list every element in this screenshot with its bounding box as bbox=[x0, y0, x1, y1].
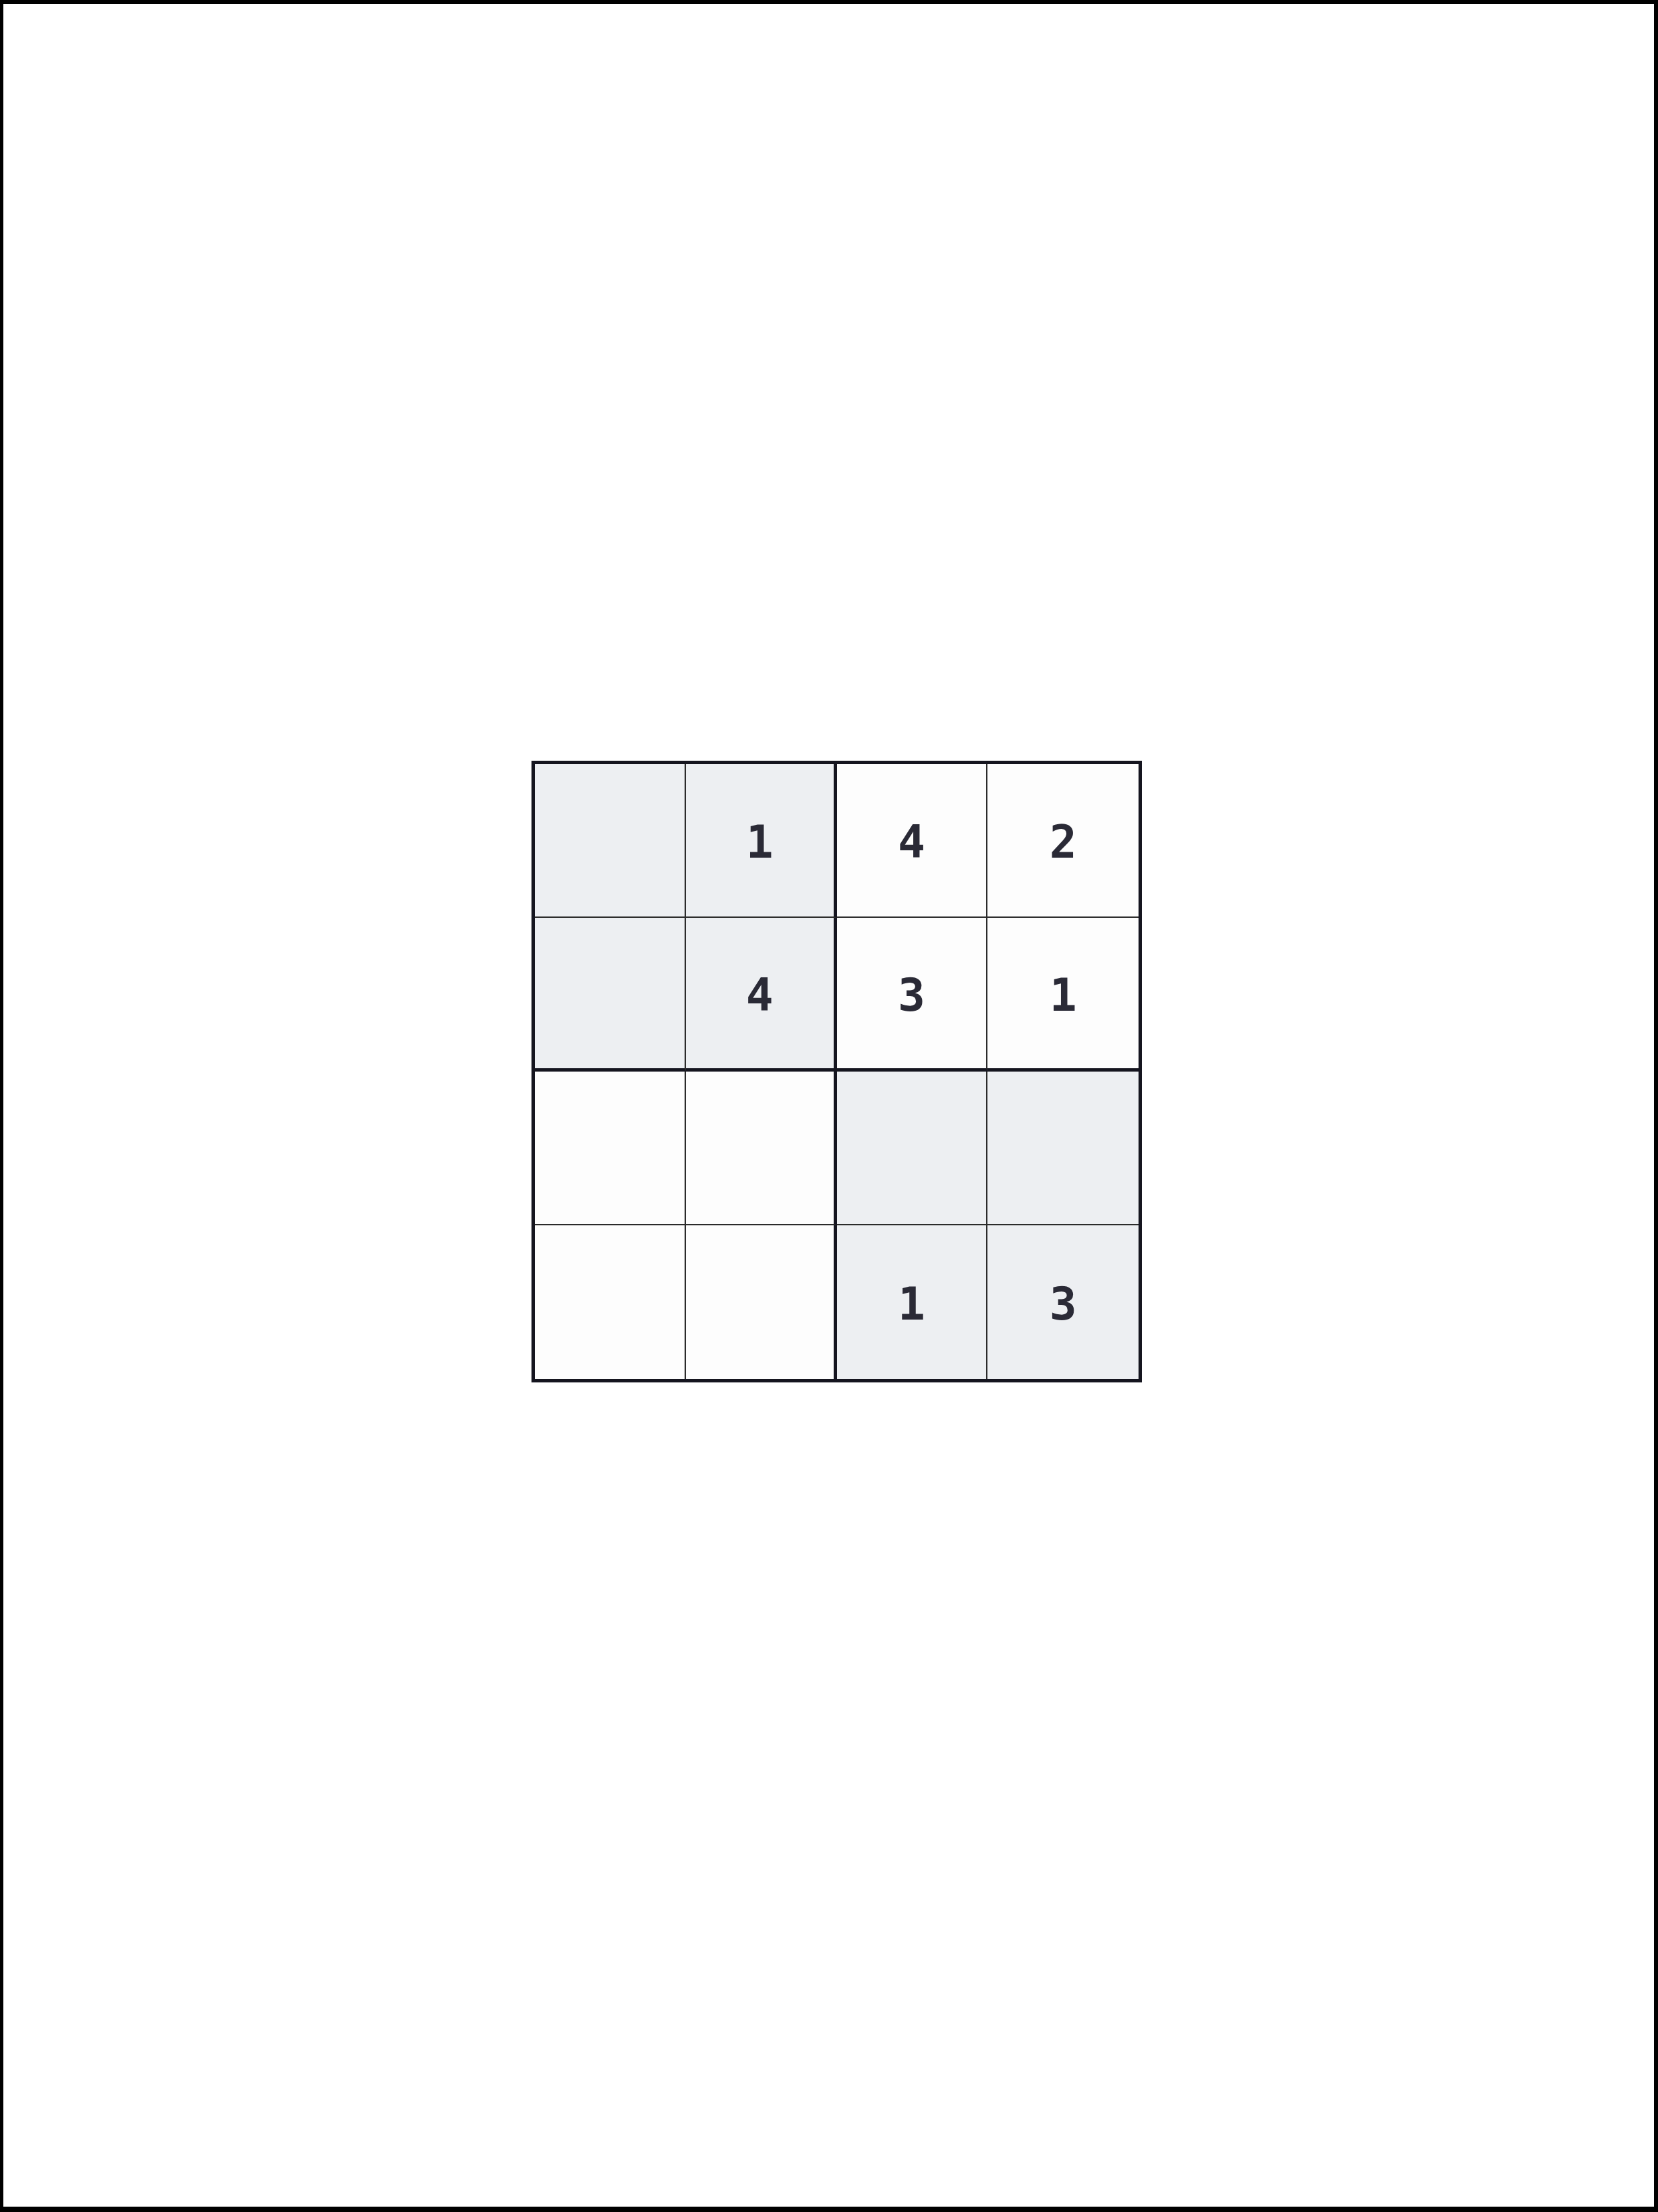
sudoku-cell-r1c2[interactable]: 1 bbox=[686, 764, 837, 918]
cell-digit: 3 bbox=[898, 973, 925, 1018]
sudoku-cell-r3c3[interactable] bbox=[837, 1072, 988, 1225]
cell-digit: 4 bbox=[746, 973, 774, 1018]
cell-digit: 4 bbox=[898, 820, 925, 865]
sudoku-cell-r3c2[interactable] bbox=[686, 1072, 837, 1225]
sudoku-cell-r4c4[interactable]: 3 bbox=[987, 1225, 1139, 1379]
sudoku-cell-r4c2[interactable] bbox=[686, 1225, 837, 1379]
cell-digit: 1 bbox=[1050, 973, 1077, 1018]
sudoku-cell-r4c1[interactable] bbox=[535, 1225, 686, 1379]
puzzle-page: 14243113 bbox=[0, 0, 1658, 2212]
sudoku-cell-r2c1[interactable] bbox=[535, 918, 686, 1072]
sudoku-cell-r1c1[interactable] bbox=[535, 764, 686, 918]
sudoku-cell-r3c4[interactable] bbox=[987, 1072, 1139, 1225]
sudoku-cell-r1c3[interactable]: 4 bbox=[837, 764, 988, 918]
sudoku-cell-r2c3[interactable]: 3 bbox=[837, 918, 988, 1072]
sudoku-cell-r3c1[interactable] bbox=[535, 1072, 686, 1225]
sudoku-grid: 14243113 bbox=[531, 761, 1142, 1382]
cell-digit: 1 bbox=[746, 820, 774, 865]
cell-digit: 1 bbox=[898, 1281, 925, 1327]
cell-digit: 3 bbox=[1050, 1281, 1077, 1327]
sudoku-cell-r2c2[interactable]: 4 bbox=[686, 918, 837, 1072]
sudoku-cell-r1c4[interactable]: 2 bbox=[987, 764, 1139, 918]
sudoku-cell-r2c4[interactable]: 1 bbox=[987, 918, 1139, 1072]
cell-digit: 2 bbox=[1050, 820, 1077, 865]
sudoku-cell-r4c3[interactable]: 1 bbox=[837, 1225, 988, 1379]
